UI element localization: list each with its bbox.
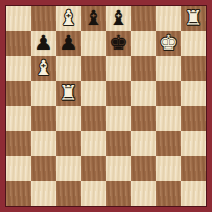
square-g7[interactable]: ♚ bbox=[156, 31, 181, 56]
square-a7[interactable] bbox=[6, 31, 31, 56]
square-c1[interactable] bbox=[56, 181, 81, 206]
square-g2[interactable] bbox=[156, 156, 181, 181]
square-g8[interactable] bbox=[156, 6, 181, 31]
square-h5[interactable] bbox=[181, 81, 206, 106]
square-h1[interactable] bbox=[181, 181, 206, 206]
square-c2[interactable] bbox=[56, 156, 81, 181]
square-b6[interactable]: ♝ bbox=[31, 56, 56, 81]
square-e6[interactable] bbox=[106, 56, 131, 81]
square-b3[interactable] bbox=[31, 131, 56, 156]
white-bishop-c8[interactable]: ♝ bbox=[59, 6, 78, 31]
square-d1[interactable] bbox=[81, 181, 106, 206]
black-bishop-d8[interactable]: ♝ bbox=[84, 6, 103, 31]
square-d7[interactable] bbox=[81, 31, 106, 56]
square-c4[interactable] bbox=[56, 106, 81, 131]
square-d8[interactable]: ♝ bbox=[81, 6, 106, 31]
square-f1[interactable] bbox=[131, 181, 156, 206]
chess-board-frame: ♝♝♝♜♟♟♚♚♝♜ bbox=[0, 0, 212, 212]
square-a4[interactable] bbox=[6, 106, 31, 131]
white-rook-c5[interactable]: ♜ bbox=[59, 81, 78, 106]
square-a1[interactable] bbox=[6, 181, 31, 206]
square-h7[interactable] bbox=[181, 31, 206, 56]
square-e8[interactable]: ♝ bbox=[106, 6, 131, 31]
square-f7[interactable] bbox=[131, 31, 156, 56]
square-h6[interactable] bbox=[181, 56, 206, 81]
square-e7[interactable]: ♚ bbox=[106, 31, 131, 56]
square-b5[interactable] bbox=[31, 81, 56, 106]
square-b8[interactable] bbox=[31, 6, 56, 31]
square-a2[interactable] bbox=[6, 156, 31, 181]
square-g4[interactable] bbox=[156, 106, 181, 131]
white-bishop-b6[interactable]: ♝ bbox=[34, 56, 53, 81]
square-c7[interactable]: ♟ bbox=[56, 31, 81, 56]
square-e4[interactable] bbox=[106, 106, 131, 131]
black-king-e7[interactable]: ♚ bbox=[109, 31, 128, 56]
square-e5[interactable] bbox=[106, 81, 131, 106]
square-a3[interactable] bbox=[6, 131, 31, 156]
square-c3[interactable] bbox=[56, 131, 81, 156]
square-e1[interactable] bbox=[106, 181, 131, 206]
square-e2[interactable] bbox=[106, 156, 131, 181]
square-c5[interactable]: ♜ bbox=[56, 81, 81, 106]
square-f3[interactable] bbox=[131, 131, 156, 156]
square-b2[interactable] bbox=[31, 156, 56, 181]
square-b4[interactable] bbox=[31, 106, 56, 131]
square-h3[interactable] bbox=[181, 131, 206, 156]
square-f2[interactable] bbox=[131, 156, 156, 181]
square-f5[interactable] bbox=[131, 81, 156, 106]
square-g5[interactable] bbox=[156, 81, 181, 106]
square-d5[interactable] bbox=[81, 81, 106, 106]
square-a5[interactable] bbox=[6, 81, 31, 106]
square-b1[interactable] bbox=[31, 181, 56, 206]
square-d6[interactable] bbox=[81, 56, 106, 81]
square-h2[interactable] bbox=[181, 156, 206, 181]
black-pawn-c7[interactable]: ♟ bbox=[59, 31, 78, 56]
square-f4[interactable] bbox=[131, 106, 156, 131]
square-g3[interactable] bbox=[156, 131, 181, 156]
square-d3[interactable] bbox=[81, 131, 106, 156]
square-f8[interactable] bbox=[131, 6, 156, 31]
square-h8[interactable]: ♜ bbox=[181, 6, 206, 31]
square-d2[interactable] bbox=[81, 156, 106, 181]
square-g1[interactable] bbox=[156, 181, 181, 206]
black-pawn-b7[interactable]: ♟ bbox=[34, 31, 53, 56]
white-king-g7[interactable]: ♚ bbox=[159, 31, 178, 56]
black-bishop-e8[interactable]: ♝ bbox=[109, 6, 128, 31]
square-h4[interactable] bbox=[181, 106, 206, 131]
square-g6[interactable] bbox=[156, 56, 181, 81]
square-a8[interactable] bbox=[6, 6, 31, 31]
chess-board: ♝♝♝♜♟♟♚♚♝♜ bbox=[6, 6, 206, 206]
square-b7[interactable]: ♟ bbox=[31, 31, 56, 56]
square-e3[interactable] bbox=[106, 131, 131, 156]
square-c8[interactable]: ♝ bbox=[56, 6, 81, 31]
white-rook-h8[interactable]: ♜ bbox=[184, 6, 203, 31]
square-c6[interactable] bbox=[56, 56, 81, 81]
square-d4[interactable] bbox=[81, 106, 106, 131]
square-f6[interactable] bbox=[131, 56, 156, 81]
square-a6[interactable] bbox=[6, 56, 31, 81]
